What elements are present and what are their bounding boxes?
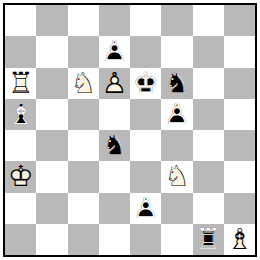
black-pawn-outline: ♙ (161, 99, 192, 130)
black-knight[interactable]: ♞♘ (161, 68, 192, 99)
square-c7[interactable] (68, 36, 99, 67)
white-knight-fill: ♞ (161, 161, 192, 192)
black-knight[interactable]: ♞♘ (99, 130, 130, 161)
square-h6[interactable] (224, 68, 255, 99)
black-knight-fill: ♞ (161, 68, 192, 99)
black-knight-outline: ♘ (161, 68, 192, 99)
white-king-fill: ♚ (5, 161, 36, 192)
black-rook[interactable]: ♜♖ (193, 224, 224, 255)
square-c5[interactable] (68, 99, 99, 130)
square-f2[interactable] (161, 193, 192, 224)
chess-board: ♟♙♜♖♞♘♟♙♚♔♞♘♝♗♟♙♞♘♚♔♞♘♟♙♜♖♝♗ (3, 3, 257, 257)
square-e7[interactable] (130, 36, 161, 67)
black-bishop-outline: ♗ (5, 99, 36, 130)
black-king[interactable]: ♚♔ (130, 68, 161, 99)
square-g4[interactable] (193, 130, 224, 161)
black-pawn-outline: ♙ (130, 193, 161, 224)
square-f3[interactable]: ♞♘ (161, 161, 192, 192)
square-a5[interactable]: ♝♗ (5, 99, 36, 130)
square-g1[interactable]: ♜♖ (193, 224, 224, 255)
square-d1[interactable] (99, 224, 130, 255)
square-b5[interactable] (36, 99, 67, 130)
square-c8[interactable] (68, 5, 99, 36)
square-e1[interactable] (130, 224, 161, 255)
square-e2[interactable]: ♟♙ (130, 193, 161, 224)
square-e6[interactable]: ♚♔ (130, 68, 161, 99)
black-knight-fill: ♞ (99, 130, 130, 161)
white-pawn-outline: ♙ (99, 68, 130, 99)
black-pawn[interactable]: ♟♙ (99, 36, 130, 67)
square-f5[interactable]: ♟♙ (161, 99, 192, 130)
square-e4[interactable] (130, 130, 161, 161)
square-d4[interactable]: ♞♘ (99, 130, 130, 161)
black-pawn[interactable]: ♟♙ (161, 99, 192, 130)
square-e8[interactable] (130, 5, 161, 36)
black-king-outline: ♔ (130, 68, 161, 99)
white-bishop[interactable]: ♝♗ (224, 224, 255, 255)
white-rook-fill: ♜ (5, 68, 36, 99)
square-h8[interactable] (224, 5, 255, 36)
square-c4[interactable] (68, 130, 99, 161)
square-b6[interactable] (36, 68, 67, 99)
square-d3[interactable] (99, 161, 130, 192)
white-knight-fill: ♞ (68, 68, 99, 99)
black-pawn-fill: ♟ (161, 99, 192, 130)
square-h1[interactable]: ♝♗ (224, 224, 255, 255)
black-king-fill: ♚ (130, 68, 161, 99)
black-pawn-fill: ♟ (99, 36, 130, 67)
square-a2[interactable] (5, 193, 36, 224)
square-e5[interactable] (130, 99, 161, 130)
black-bishop-fill: ♝ (5, 99, 36, 130)
square-g6[interactable] (193, 68, 224, 99)
white-pawn[interactable]: ♟♙ (99, 68, 130, 99)
square-h5[interactable] (224, 99, 255, 130)
white-knight[interactable]: ♞♘ (68, 68, 99, 99)
square-h7[interactable] (224, 36, 255, 67)
white-bishop-outline: ♗ (224, 224, 255, 255)
square-f1[interactable] (161, 224, 192, 255)
square-g3[interactable] (193, 161, 224, 192)
black-pawn-fill: ♟ (130, 193, 161, 224)
square-b3[interactable] (36, 161, 67, 192)
white-bishop-fill: ♝ (224, 224, 255, 255)
square-a1[interactable] (5, 224, 36, 255)
square-d5[interactable] (99, 99, 130, 130)
white-king[interactable]: ♚♔ (5, 161, 36, 192)
square-h3[interactable] (224, 161, 255, 192)
square-c3[interactable] (68, 161, 99, 192)
square-a7[interactable] (5, 36, 36, 67)
square-d2[interactable] (99, 193, 130, 224)
square-h2[interactable] (224, 193, 255, 224)
square-a3[interactable]: ♚♔ (5, 161, 36, 192)
square-f6[interactable]: ♞♘ (161, 68, 192, 99)
square-a4[interactable] (5, 130, 36, 161)
square-e3[interactable] (130, 161, 161, 192)
black-bishop[interactable]: ♝♗ (5, 99, 36, 130)
square-g5[interactable] (193, 99, 224, 130)
black-pawn-outline: ♙ (99, 36, 130, 67)
square-b8[interactable] (36, 5, 67, 36)
square-a8[interactable] (5, 5, 36, 36)
square-h4[interactable] (224, 130, 255, 161)
black-rook-fill: ♜ (193, 224, 224, 255)
square-f8[interactable] (161, 5, 192, 36)
square-d8[interactable] (99, 5, 130, 36)
square-c6[interactable]: ♞♘ (68, 68, 99, 99)
white-rook-outline: ♖ (5, 68, 36, 99)
square-d7[interactable]: ♟♙ (99, 36, 130, 67)
square-f7[interactable] (161, 36, 192, 67)
chess-diagram: ♟♙♜♖♞♘♟♙♚♔♞♘♝♗♟♙♞♘♚♔♞♘♟♙♜♖♝♗ (0, 0, 260, 260)
black-rook-outline: ♖ (193, 224, 224, 255)
black-knight-outline: ♘ (99, 130, 130, 161)
black-pawn[interactable]: ♟♙ (130, 193, 161, 224)
square-d6[interactable]: ♟♙ (99, 68, 130, 99)
square-b7[interactable] (36, 36, 67, 67)
square-g2[interactable] (193, 193, 224, 224)
square-c1[interactable] (68, 224, 99, 255)
square-b1[interactable] (36, 224, 67, 255)
square-g7[interactable] (193, 36, 224, 67)
white-king-outline: ♔ (5, 161, 36, 192)
square-c2[interactable] (68, 193, 99, 224)
square-f4[interactable] (161, 130, 192, 161)
white-knight-outline: ♘ (161, 161, 192, 192)
square-g8[interactable] (193, 5, 224, 36)
square-b4[interactable] (36, 130, 67, 161)
square-a6[interactable]: ♜♖ (5, 68, 36, 99)
white-rook[interactable]: ♜♖ (5, 68, 36, 99)
white-knight[interactable]: ♞♘ (161, 161, 192, 192)
white-pawn-fill: ♟ (99, 68, 130, 99)
square-b2[interactable] (36, 193, 67, 224)
white-knight-outline: ♘ (68, 68, 99, 99)
